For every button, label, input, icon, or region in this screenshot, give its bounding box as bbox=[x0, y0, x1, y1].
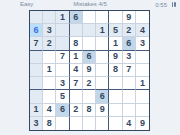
cell-r7c5[interactable] bbox=[83, 90, 96, 103]
cell-r5c9[interactable] bbox=[136, 64, 149, 77]
cell-r7c4[interactable] bbox=[70, 90, 83, 103]
cell-r7c3[interactable]: 5 bbox=[56, 90, 69, 103]
pause-icon bbox=[172, 2, 174, 7]
cell-r6c9[interactable]: 1 bbox=[136, 77, 149, 90]
cell-r2c6[interactable]: 1 bbox=[96, 24, 109, 37]
cell-r4c8[interactable]: 3 bbox=[123, 51, 136, 64]
cell-r3c2[interactable]: 2 bbox=[43, 37, 56, 50]
cell-r2c4[interactable] bbox=[70, 24, 83, 37]
cell-r9c6[interactable] bbox=[96, 117, 109, 130]
cell-r9c4[interactable] bbox=[70, 117, 83, 130]
cell-r8c4[interactable]: 2 bbox=[70, 104, 83, 117]
cell-r1c4[interactable]: 6 bbox=[70, 11, 83, 24]
cell-r2c2[interactable]: 3 bbox=[43, 24, 56, 37]
cell-r2c5[interactable] bbox=[83, 24, 96, 37]
cell-r8c7[interactable] bbox=[109, 104, 122, 117]
cell-r2c8[interactable]: 2 bbox=[123, 24, 136, 37]
cell-r7c6[interactable]: 6 bbox=[96, 90, 109, 103]
mistakes-counter: Mistakes 4/5 bbox=[0, 1, 180, 7]
cell-r3c4[interactable]: 8 bbox=[70, 37, 83, 50]
cell-r5c7[interactable]: 8 bbox=[109, 64, 122, 77]
cell-r6c2[interactable] bbox=[43, 77, 56, 90]
cell-r3c6[interactable] bbox=[96, 37, 109, 50]
cell-r1c9[interactable] bbox=[136, 11, 149, 24]
cell-r5c4[interactable]: 4 bbox=[70, 64, 83, 77]
cell-r9c9[interactable]: 9 bbox=[136, 117, 149, 130]
cell-r1c6[interactable] bbox=[96, 11, 109, 24]
cell-r3c5[interactable] bbox=[83, 37, 96, 50]
pause-button[interactable] bbox=[170, 1, 177, 8]
cell-r4c2[interactable] bbox=[43, 51, 56, 64]
cell-r1c8[interactable]: 9 bbox=[123, 11, 136, 24]
cell-r2c9[interactable]: 4 bbox=[136, 24, 149, 37]
cell-r9c1[interactable]: 3 bbox=[30, 117, 43, 130]
cell-r7c1[interactable] bbox=[30, 90, 43, 103]
cell-r6c8[interactable] bbox=[123, 77, 136, 90]
cell-r8c3[interactable]: 6 bbox=[56, 104, 69, 117]
cell-r9c7[interactable] bbox=[109, 117, 122, 130]
cell-r9c8[interactable]: 4 bbox=[123, 117, 136, 130]
cell-r2c1[interactable]: 6 bbox=[30, 24, 43, 37]
cell-r8c2[interactable]: 4 bbox=[43, 104, 56, 117]
cell-r8c6[interactable]: 9 bbox=[96, 104, 109, 117]
cell-r8c1[interactable]: 1 bbox=[30, 104, 43, 117]
cell-r1c3[interactable]: 1 bbox=[56, 11, 69, 24]
cell-r6c7[interactable] bbox=[109, 77, 122, 90]
cell-r5c2[interactable]: 1 bbox=[43, 64, 56, 77]
cell-r8c5[interactable]: 8 bbox=[83, 104, 96, 117]
cell-r8c9[interactable] bbox=[136, 104, 149, 117]
cell-r1c7[interactable] bbox=[109, 11, 122, 24]
cell-r4c9[interactable] bbox=[136, 51, 149, 64]
cell-r2c3[interactable] bbox=[56, 24, 69, 37]
cell-r9c2[interactable]: 8 bbox=[43, 117, 56, 130]
cell-r8c8[interactable] bbox=[123, 104, 136, 117]
top-bar: Easy Mistakes 4/5 0:55 bbox=[0, 0, 180, 9]
cell-r4c6[interactable] bbox=[96, 51, 109, 64]
cell-r2c7[interactable]: 5 bbox=[109, 24, 122, 37]
cell-r5c3[interactable] bbox=[56, 64, 69, 77]
cell-r7c9[interactable] bbox=[136, 90, 149, 103]
cell-r5c1[interactable] bbox=[30, 64, 43, 77]
cell-r3c7[interactable]: 1 bbox=[109, 37, 122, 50]
cell-r9c3[interactable] bbox=[56, 117, 69, 130]
pause-icon bbox=[174, 2, 176, 7]
cell-r6c6[interactable] bbox=[96, 77, 109, 90]
cell-r6c3[interactable]: 3 bbox=[56, 77, 69, 90]
timer: 0:55 bbox=[155, 2, 167, 8]
cell-r1c2[interactable] bbox=[43, 11, 56, 24]
cell-r3c8[interactable]: 6 bbox=[123, 37, 136, 50]
cell-r4c7[interactable]: 9 bbox=[109, 51, 122, 64]
cell-r7c2[interactable] bbox=[43, 90, 56, 103]
cell-r7c7[interactable] bbox=[109, 90, 122, 103]
cell-r1c5[interactable] bbox=[83, 11, 96, 24]
cell-r5c5[interactable]: 9 bbox=[83, 64, 96, 77]
cell-r4c1[interactable] bbox=[30, 51, 43, 64]
cell-r6c1[interactable] bbox=[30, 77, 43, 90]
cell-r1c1[interactable] bbox=[30, 11, 43, 24]
cell-r3c3[interactable] bbox=[56, 37, 69, 50]
cell-r3c9[interactable]: 3 bbox=[136, 37, 149, 50]
cell-r6c5[interactable]: 2 bbox=[83, 77, 96, 90]
cell-r7c8[interactable] bbox=[123, 90, 136, 103]
cell-r5c8[interactable]: 7 bbox=[123, 64, 136, 77]
cell-r4c3[interactable]: 7 bbox=[56, 51, 69, 64]
sudoku-board: 1696315247281637169314987372156146289384… bbox=[29, 10, 150, 131]
cell-r4c5[interactable]: 6 bbox=[83, 51, 96, 64]
cell-r3c1[interactable]: 7 bbox=[30, 37, 43, 50]
cell-r5c6[interactable] bbox=[96, 64, 109, 77]
cell-r9c5[interactable] bbox=[83, 117, 96, 130]
cell-r6c4[interactable]: 7 bbox=[70, 77, 83, 90]
cell-r4c4[interactable]: 1 bbox=[70, 51, 83, 64]
